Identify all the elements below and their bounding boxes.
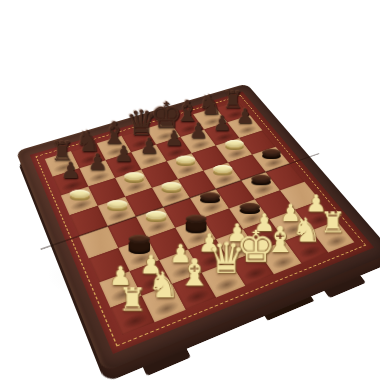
piece-dark-pawn-b7[interactable]: ♟	[83, 151, 111, 173]
checker-cream-d5[interactable]	[161, 178, 181, 193]
board-frame: ♜♞♝♛♚♝♞♜♟♟♟♟♟♟♟♟♟♟♟♟♟♟♟♟♜♞♝♛♚♝♞♜	[16, 83, 380, 372]
piece-cream-rook-a1[interactable]: ♜	[115, 283, 149, 315]
piece-dark-pawn-e7[interactable]: ♟	[160, 128, 187, 149]
piece-cream-knight-b1[interactable]: ♞	[147, 267, 181, 303]
checker-cream-g6[interactable]	[225, 136, 244, 150]
checker-cream-f5[interactable]	[213, 161, 232, 175]
piece-cream-queen-d1[interactable]: ♛	[207, 237, 240, 280]
checker-cream-c4[interactable]	[145, 207, 166, 223]
checker-cream-b5[interactable]	[107, 196, 127, 211]
square-a1[interactable]: ♜	[110, 296, 154, 335]
piece-dark-pawn-h7[interactable]: ♟	[232, 106, 258, 127]
chess-board: ♜♞♝♛♚♝♞♜♟♟♟♟♟♟♟♟♟♟♟♟♟♟♟♟♜♞♝♛♚♝♞♜	[16, 83, 380, 372]
product-photo: ♜♞♝♛♚♝♞♜♟♟♟♟♟♟♟♟♟♟♟♟♟♟♟♟♜♞♝♛♚♝♞♜	[0, 0, 380, 380]
checker-dark-h5[interactable]	[261, 145, 280, 159]
piece-dark-pawn-f7[interactable]: ♟	[185, 120, 212, 141]
checker-cream-c6[interactable]	[124, 168, 144, 183]
checker-dark-g4[interactable]	[251, 171, 271, 186]
board-border: ♜♞♝♛♚♝♞♜♟♟♟♟♟♟♟♟♟♟♟♟♟♟♟♟♜♞♝♛♚♝♞♜	[30, 92, 374, 354]
piece-dark-pawn-g7[interactable]: ♟	[209, 113, 235, 134]
piece-dark-pawn-d7[interactable]: ♟	[135, 135, 162, 157]
checker-cream-e6[interactable]	[175, 152, 194, 166]
scene: ♜♞♝♛♚♝♞♜♟♟♟♟♟♟♟♟♟♟♟♟♟♟♟♟♜♞♝♛♚♝♞♜	[0, 0, 380, 380]
piece-cream-bishop-c1[interactable]: ♝	[177, 253, 210, 291]
checker-dark-e4[interactable]	[199, 188, 219, 203]
checker-cream-a6[interactable]	[69, 186, 89, 201]
piece-dark-pawn-c7[interactable]: ♟	[110, 143, 138, 165]
piece-dark-pawn-a7[interactable]: ♟	[56, 159, 84, 181]
